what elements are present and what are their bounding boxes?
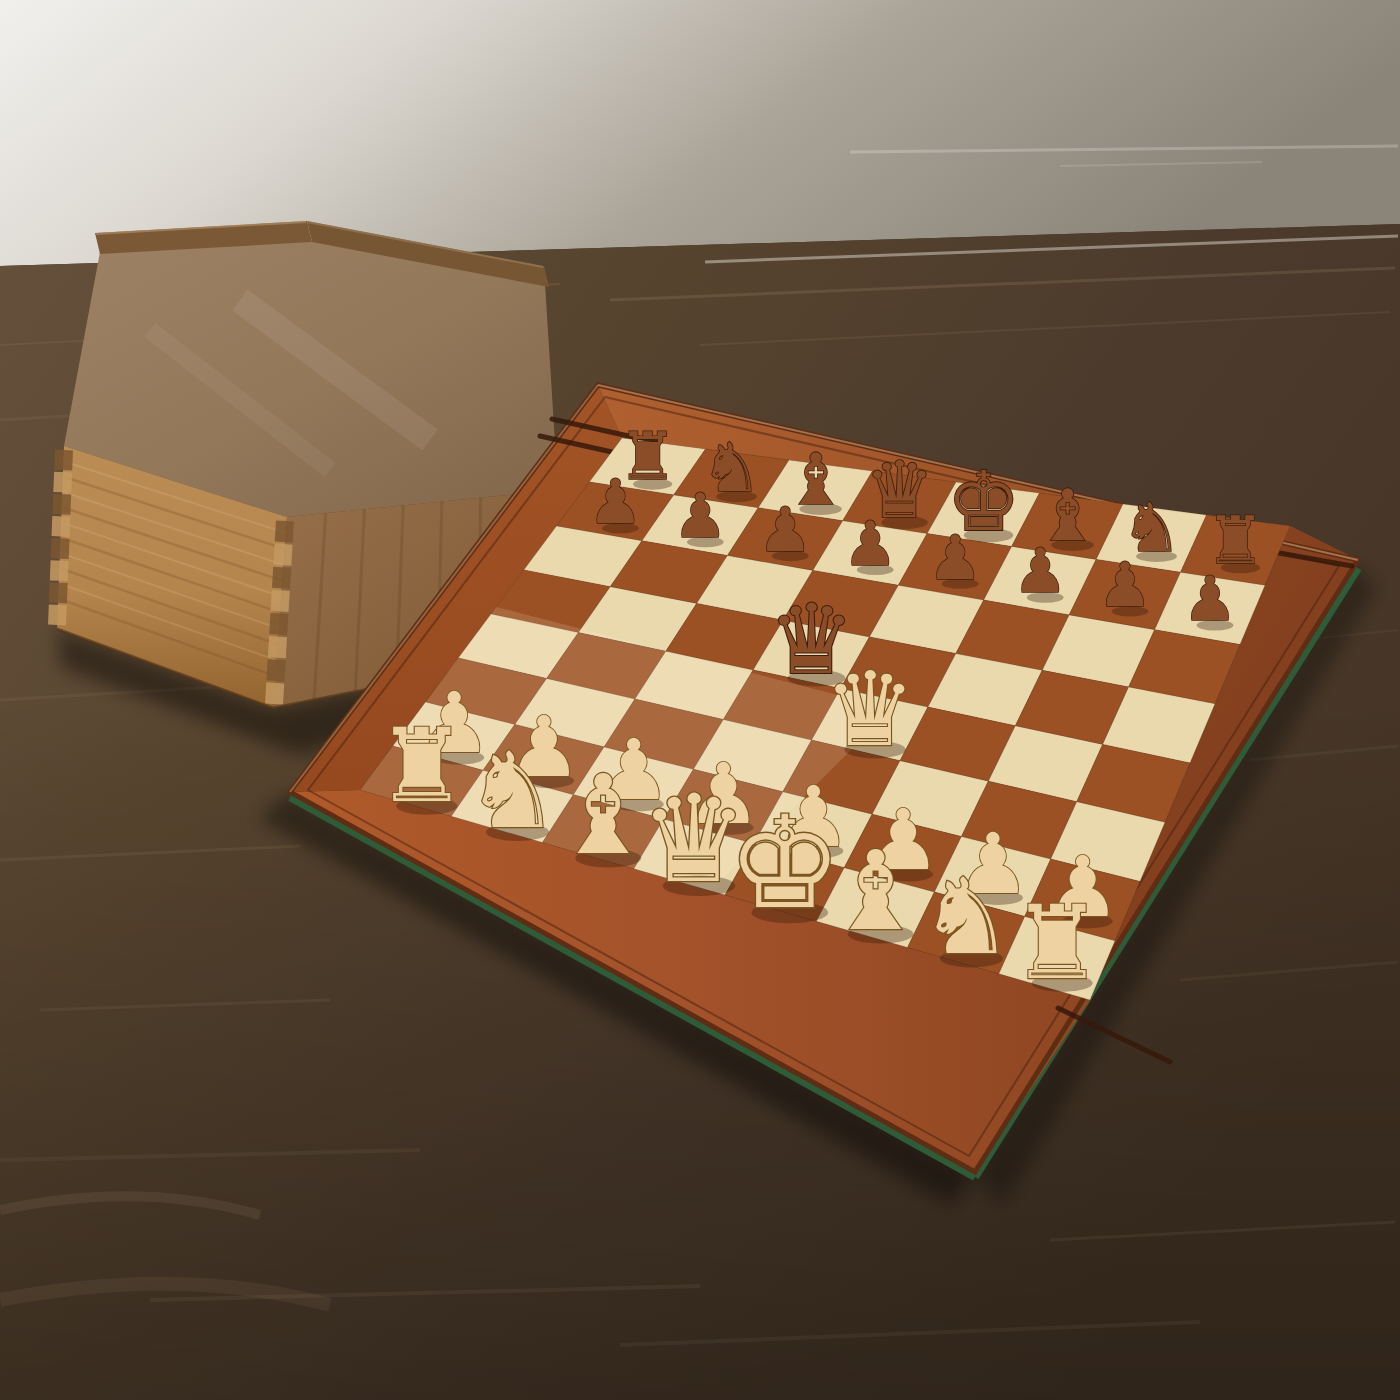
piece-white-rook-h1: ♜	[1011, 884, 1102, 1002]
piece-white-bishop-c1: ♝	[554, 751, 652, 879]
piece-white-knight-b1: ♞	[465, 729, 559, 852]
piece-black-pawn-c7: ♟	[758, 494, 813, 565]
wall	[0, 0, 1400, 266]
piece-black-pawn-e7: ♟	[928, 522, 983, 593]
piece-white-king-e1: ♚	[728, 788, 843, 937]
scene-svg: ♜♞♝♛♚♝♞♜♟♟♟♟♟♟♟♟♛♛♟♟♟♟♟♟♟♟♜♞♝♛♚♝♞♜	[0, 0, 1400, 1400]
piece-white-knight-g1: ♞	[919, 855, 1013, 978]
piece-white-queen-e4: ♛	[824, 650, 916, 769]
piece-white-rook-a1: ♜	[376, 707, 467, 825]
piece-black-pawn-h7: ♟	[1183, 563, 1238, 634]
piece-black-pawn-a7: ♟	[588, 466, 643, 537]
piece-black-pawn-d7: ♟	[843, 508, 898, 579]
piece-black-pawn-g7: ♟	[1098, 549, 1153, 620]
product-photo: ♜♞♝♛♚♝♞♜♟♟♟♟♟♟♟♟♛♛♟♟♟♟♟♟♟♟♜♞♝♛♚♝♞♜	[0, 0, 1400, 1400]
piece-black-pawn-f7: ♟	[1013, 535, 1068, 606]
piece-black-pawn-b7: ♟	[673, 480, 728, 551]
piece-white-bishop-f1: ♝	[826, 827, 924, 955]
